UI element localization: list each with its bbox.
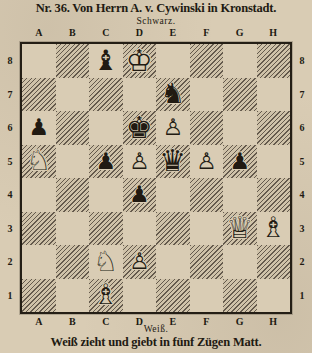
square-e6[interactable]: ♟♙ (156, 111, 190, 145)
square-d8[interactable]: ♚♔ (123, 44, 157, 78)
square-e4[interactable] (156, 178, 190, 212)
rank-label-2: 2 (1, 245, 19, 279)
piece-black-pawn[interactable]: ♟ (229, 150, 250, 173)
piece-glyph: ♝ (93, 47, 118, 75)
square-b5[interactable] (56, 145, 90, 179)
white-side-label: Weiß. (0, 324, 312, 334)
rank-label-1: 1 (1, 279, 19, 313)
square-b3[interactable] (56, 212, 90, 246)
square-b8[interactable] (56, 44, 90, 78)
square-d2[interactable]: ♟♙ (123, 245, 157, 279)
file-label-g: G (223, 27, 257, 38)
rank-label-4: 4 (293, 178, 311, 212)
square-c2[interactable]: ♞♘ (89, 245, 123, 279)
square-c5[interactable]: ♟ (89, 145, 123, 179)
square-h8[interactable] (257, 44, 291, 78)
piece-black-pawn[interactable]: ♟ (28, 116, 49, 139)
rank-label-5: 5 (1, 145, 19, 179)
square-a3[interactable] (22, 212, 56, 246)
piece-black-king[interactable]: ♚ (126, 113, 153, 143)
piece-glyph: ♗ (261, 214, 286, 242)
rank-labels-left: 87654321 (1, 44, 19, 312)
rank-label-4: 4 (1, 178, 19, 212)
square-f2[interactable] (190, 245, 224, 279)
file-label-a: A (22, 27, 56, 38)
square-c3[interactable] (89, 212, 123, 246)
square-g6[interactable] (223, 111, 257, 145)
piece-glyph: ♞ (160, 80, 185, 108)
problem-title: Nr. 36. Von Herrn A. v. Cywinski in Kron… (0, 1, 312, 16)
square-e2[interactable] (156, 245, 190, 279)
square-g4[interactable] (223, 178, 257, 212)
square-g7[interactable] (223, 78, 257, 112)
square-a7[interactable] (22, 78, 56, 112)
square-h6[interactable] (257, 111, 291, 145)
square-f7[interactable] (190, 78, 224, 112)
square-d1[interactable] (123, 279, 157, 313)
square-f1[interactable] (190, 279, 224, 313)
square-c1[interactable]: ♝♗ (89, 279, 123, 313)
piece-glyph: ♙ (162, 116, 183, 139)
piece-glyph: ♙ (129, 250, 150, 273)
square-h5[interactable] (257, 145, 291, 179)
piece-black-pawn[interactable]: ♟ (129, 183, 150, 206)
piece-glyph: ♟ (229, 150, 250, 173)
square-e7[interactable]: ♞ (156, 78, 190, 112)
piece-white-bishop[interactable]: ♝♗ (261, 214, 286, 242)
piece-glyph: ♙ (196, 150, 217, 173)
piece-white-pawn[interactable]: ♟♙ (196, 150, 217, 173)
problem-stipulation: Weiß zieht und giebt in fünf Zügen Matt. (0, 335, 312, 350)
piece-white-bishop[interactable]: ♝♗ (93, 281, 118, 309)
file-label-c: C (89, 27, 123, 38)
square-c7[interactable] (89, 78, 123, 112)
square-a5[interactable]: ♞♘ (22, 145, 56, 179)
rank-label-8: 8 (1, 44, 19, 78)
rank-label-2: 2 (293, 245, 311, 279)
file-label-h: H (257, 27, 291, 38)
square-c4[interactable] (89, 178, 123, 212)
piece-glyph: ♟ (129, 183, 150, 206)
square-b1[interactable] (56, 279, 90, 313)
file-label-d: D (123, 27, 157, 38)
rank-label-5: 5 (293, 145, 311, 179)
square-a1[interactable] (22, 279, 56, 313)
piece-glyph: ♘ (26, 147, 51, 175)
piece-glyph: ♚ (126, 113, 153, 143)
square-g2[interactable] (223, 245, 257, 279)
square-h3[interactable]: ♝♗ (257, 212, 291, 246)
square-b6[interactable] (56, 111, 90, 145)
piece-white-pawn[interactable]: ♟♙ (129, 150, 150, 173)
square-a2[interactable] (22, 245, 56, 279)
rank-label-1: 1 (293, 279, 311, 313)
square-d3[interactable] (123, 212, 157, 246)
square-f8[interactable] (190, 44, 224, 78)
file-label-b: B (56, 27, 90, 38)
piece-white-pawn[interactable]: ♟♙ (129, 250, 150, 273)
square-d7[interactable] (123, 78, 157, 112)
square-a4[interactable] (22, 178, 56, 212)
piece-white-knight[interactable]: ♞♘ (93, 248, 118, 276)
rank-labels-right: 87654321 (293, 44, 311, 312)
piece-white-knight[interactable]: ♞♘ (26, 147, 51, 175)
piece-glyph: ♙ (129, 150, 150, 173)
piece-black-bishop[interactable]: ♝ (93, 47, 118, 75)
square-f4[interactable] (190, 178, 224, 212)
rank-label-7: 7 (293, 78, 311, 112)
board: ♝♚♔♞♟♚♟♙♞♘♟♟♙♛♟♙♟♟♛♕♝♗♞♘♟♙♝♗ (20, 42, 292, 314)
rank-label-8: 8 (293, 44, 311, 78)
rank-label-3: 3 (1, 212, 19, 246)
piece-white-queen[interactable]: ♛♕ (226, 213, 253, 243)
square-h4[interactable] (257, 178, 291, 212)
square-h7[interactable] (257, 78, 291, 112)
rank-label-7: 7 (1, 78, 19, 112)
square-c6[interactable] (89, 111, 123, 145)
square-g8[interactable] (223, 44, 257, 78)
square-f5[interactable]: ♟♙ (190, 145, 224, 179)
black-side-label: Schwarz. (0, 16, 312, 26)
square-c8[interactable]: ♝ (89, 44, 123, 78)
rank-label-6: 6 (293, 111, 311, 145)
square-h2[interactable] (257, 245, 291, 279)
square-g5[interactable]: ♟ (223, 145, 257, 179)
chess-problem-page: Nr. 36. Von Herrn A. v. Cywinski in Kron… (0, 0, 312, 353)
square-e8[interactable] (156, 44, 190, 78)
rank-label-3: 3 (293, 212, 311, 246)
square-d4[interactable]: ♟ (123, 178, 157, 212)
file-labels-top: ABCDEFGH (22, 27, 290, 38)
square-h1[interactable] (257, 279, 291, 313)
piece-glyph: ♟ (28, 116, 49, 139)
piece-glyph: ♗ (93, 281, 118, 309)
piece-black-queen[interactable]: ♛ (159, 146, 186, 176)
square-a6[interactable]: ♟ (22, 111, 56, 145)
square-g3[interactable]: ♛♕ (223, 212, 257, 246)
square-g1[interactable] (223, 279, 257, 313)
piece-black-pawn[interactable]: ♟ (95, 150, 116, 173)
square-f3[interactable] (190, 212, 224, 246)
piece-glyph: ♛ (159, 146, 186, 176)
piece-glyph: ♔ (126, 46, 153, 76)
piece-glyph: ♟ (95, 150, 116, 173)
square-b4[interactable] (56, 178, 90, 212)
piece-white-pawn[interactable]: ♟♙ (162, 116, 183, 139)
square-a8[interactable] (22, 44, 56, 78)
square-e5[interactable]: ♛ (156, 145, 190, 179)
square-b7[interactable] (56, 78, 90, 112)
square-b2[interactable] (56, 245, 90, 279)
square-e3[interactable] (156, 212, 190, 246)
square-f6[interactable] (190, 111, 224, 145)
square-d6[interactable]: ♚ (123, 111, 157, 145)
piece-glyph: ♘ (93, 248, 118, 276)
file-label-e: E (156, 27, 190, 38)
square-d5[interactable]: ♟♙ (123, 145, 157, 179)
rank-label-6: 6 (1, 111, 19, 145)
file-label-f: F (190, 27, 224, 38)
piece-black-knight[interactable]: ♞ (160, 80, 185, 108)
piece-white-king[interactable]: ♚♔ (126, 46, 153, 76)
square-e1[interactable] (156, 279, 190, 313)
piece-glyph: ♕ (226, 213, 253, 243)
